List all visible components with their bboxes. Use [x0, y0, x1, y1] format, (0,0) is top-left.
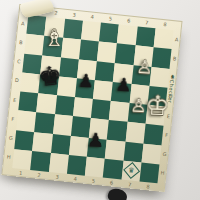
label-left-E: E — [13, 97, 17, 102]
square-h7[interactable] — [151, 47, 171, 68]
label-bottom-1: 1 — [19, 171, 23, 176]
black-pawn-f5[interactable]: ♟ — [115, 76, 132, 95]
square-c1[interactable] — [49, 153, 69, 174]
square-c8[interactable] — [63, 19, 83, 40]
label-right-G: G — [162, 152, 166, 157]
label-bottom-3: 3 — [55, 175, 59, 180]
label-top-2: 2 — [54, 10, 58, 15]
square-h3[interactable] — [143, 124, 163, 145]
label-right-H: H — [160, 171, 164, 176]
label-bottom-8: 8 — [146, 184, 150, 189]
label-bottom-7: 7 — [128, 182, 132, 187]
label-left-H: H — [7, 155, 11, 160]
square-f2[interactable] — [105, 139, 125, 160]
label-left-F: F — [11, 117, 14, 122]
square-f8[interactable] — [117, 24, 137, 45]
square-c3[interactable] — [53, 114, 73, 135]
label-top-7: 7 — [145, 20, 149, 25]
square-h8[interactable] — [153, 28, 173, 49]
square-a3[interactable] — [16, 111, 36, 132]
square-f3[interactable] — [107, 120, 127, 141]
label-bottom-6: 6 — [110, 180, 114, 185]
square-a4[interactable] — [18, 91, 38, 112]
square-b1[interactable] — [30, 151, 50, 172]
square-d2[interactable] — [69, 135, 89, 156]
label-left-A: A — [21, 21, 25, 26]
square-g2[interactable] — [123, 141, 143, 162]
square-a1[interactable] — [12, 149, 32, 170]
square-d4[interactable] — [73, 97, 93, 118]
brand-label: Checker — [167, 79, 175, 103]
square-c4[interactable] — [55, 95, 75, 116]
square-h1[interactable] — [139, 162, 159, 183]
square-g8[interactable] — [135, 26, 155, 47]
square-f4[interactable] — [109, 101, 129, 122]
crown-icon: ♛ — [128, 167, 135, 175]
stray-black-piece[interactable] — [107, 187, 129, 200]
label-right-F: F — [165, 133, 168, 138]
white-pawn-g6[interactable]: ♙ — [135, 58, 152, 77]
label-left-D: D — [15, 78, 19, 83]
white-pawn-g4[interactable]: ♙ — [130, 96, 147, 115]
square-d1[interactable] — [67, 155, 87, 176]
square-a2[interactable] — [14, 130, 34, 151]
chess-board: ♗♚♟♙♟♙♔♟ 1234567812345678ABCDEFGHABCDEFG… — [1, 4, 182, 192]
black-pawn-e2[interactable]: ♟ — [87, 131, 105, 151]
photo-scene: ♗♚♟♙♟♙♔♟ 1234567812345678ABCDEFGHABCDEFG… — [0, 0, 200, 200]
square-d8[interactable] — [81, 21, 101, 42]
black-king-b5[interactable]: ♚ — [37, 62, 63, 91]
square-b2[interactable] — [32, 132, 52, 153]
square-f1[interactable] — [103, 158, 123, 179]
label-top-3: 3 — [72, 12, 76, 17]
label-right-B: B — [173, 56, 177, 61]
square-c2[interactable] — [51, 134, 71, 155]
square-b3[interactable] — [34, 113, 54, 134]
label-left-G: G — [9, 136, 13, 141]
square-d7[interactable] — [79, 40, 99, 61]
label-right-E: E — [167, 114, 171, 119]
label-bottom-4: 4 — [73, 177, 77, 182]
label-left-C: C — [17, 59, 21, 64]
label-top-4: 4 — [91, 14, 95, 19]
square-e6[interactable] — [95, 61, 115, 82]
square-e7[interactable] — [97, 42, 117, 63]
square-e8[interactable] — [99, 23, 119, 44]
black-pawn-d5[interactable]: ♟ — [77, 72, 94, 91]
label-right-A: A — [175, 37, 179, 42]
square-b4[interactable] — [36, 93, 56, 114]
label-bottom-5: 5 — [92, 178, 96, 183]
label-bottom-2: 2 — [37, 173, 41, 178]
square-a7[interactable] — [24, 34, 44, 55]
white-bishop-b7[interactable]: ♗ — [44, 27, 65, 50]
square-g3[interactable] — [125, 122, 145, 143]
label-top-6: 6 — [127, 18, 131, 23]
square-e5[interactable] — [93, 80, 113, 101]
square-e1[interactable] — [85, 157, 105, 178]
label-top-8: 8 — [163, 22, 167, 27]
label-left-B: B — [19, 40, 23, 45]
label-top-5: 5 — [109, 16, 113, 21]
square-e4[interactable] — [91, 99, 111, 120]
square-h2[interactable] — [141, 143, 161, 164]
square-f7[interactable] — [115, 44, 135, 65]
